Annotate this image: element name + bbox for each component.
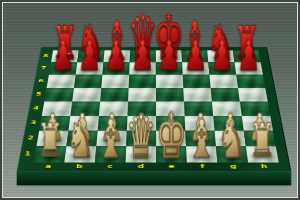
- file-label-c: c: [94, 163, 125, 171]
- file-label-d: d: [125, 163, 156, 171]
- window-background: 8♜♞♝♛♚♝♞♜7♟♟♟♟♟♟♟♟65432♟♟♟♟♟♟♟♟1♜♞♝♛♚♝♞♜…: [0, 0, 300, 200]
- piece-white-king[interactable]: ♚: [156, 105, 187, 167]
- file-label-g: g: [217, 163, 249, 171]
- square-c1[interactable]: ♝: [95, 146, 126, 162]
- square-g7[interactable]: ♟: [208, 62, 236, 75]
- square-b6[interactable]: [74, 75, 102, 88]
- square-e7[interactable]: ♟: [156, 62, 183, 75]
- rank-label-5: 5: [30, 88, 46, 102]
- square-a5[interactable]: [44, 88, 74, 102]
- square-c7[interactable]: ♟: [102, 62, 129, 75]
- square-c6[interactable]: [101, 75, 129, 88]
- file-label-f: f: [187, 163, 218, 171]
- rank-label-6: 6: [33, 75, 49, 88]
- square-d5[interactable]: [128, 88, 156, 102]
- square-d6[interactable]: [129, 75, 156, 88]
- square-f6[interactable]: [183, 75, 211, 88]
- square-e1[interactable]: ♚: [156, 146, 187, 162]
- square-g5[interactable]: [211, 88, 240, 102]
- square-d7[interactable]: ♟: [129, 62, 156, 75]
- square-f1[interactable]: ♝: [186, 146, 217, 162]
- file-label-e: e: [156, 163, 187, 171]
- file-label-h: h: [248, 163, 280, 171]
- square-a1[interactable]: ♜: [34, 146, 67, 162]
- square-h7[interactable]: ♟: [234, 62, 262, 75]
- corner-label: [17, 163, 34, 171]
- square-h1[interactable]: ♜: [246, 146, 279, 162]
- square-g1[interactable]: ♞: [216, 146, 248, 162]
- file-label-a: a: [32, 163, 64, 171]
- square-a7[interactable]: ♟: [49, 62, 77, 75]
- file-label-b: b: [63, 163, 95, 171]
- square-a6[interactable]: [47, 75, 76, 88]
- board-front-edge: [17, 171, 292, 185]
- square-c5[interactable]: [100, 88, 128, 102]
- board-scene: 8♜♞♝♛♚♝♞♜7♟♟♟♟♟♟♟♟65432♟♟♟♟♟♟♟♟1♜♞♝♛♚♝♞♜…: [30, 0, 278, 200]
- square-g6[interactable]: [209, 75, 238, 88]
- square-e6[interactable]: [156, 75, 183, 88]
- chess-board: 8♜♞♝♛♚♝♞♜7♟♟♟♟♟♟♟♟65432♟♟♟♟♟♟♟♟1♜♞♝♛♚♝♞♜…: [17, 47, 292, 171]
- square-h6[interactable]: [236, 75, 265, 88]
- square-f5[interactable]: [183, 88, 212, 102]
- square-b1[interactable]: ♞: [64, 146, 96, 162]
- chess-app-window: 8♜♞♝♛♚♝♞♜7♟♟♟♟♟♟♟♟65432♟♟♟♟♟♟♟♟1♜♞♝♛♚♝♞♜…: [0, 0, 300, 200]
- piece-white-rook[interactable]: ♜: [37, 119, 64, 164]
- square-h5[interactable]: [238, 88, 268, 102]
- square-b7[interactable]: ♟: [76, 62, 104, 75]
- square-b5[interactable]: [72, 88, 101, 102]
- piece-white-rook[interactable]: ♜: [249, 119, 276, 164]
- square-f7[interactable]: ♟: [182, 62, 209, 75]
- square-d1[interactable]: ♛: [126, 146, 157, 162]
